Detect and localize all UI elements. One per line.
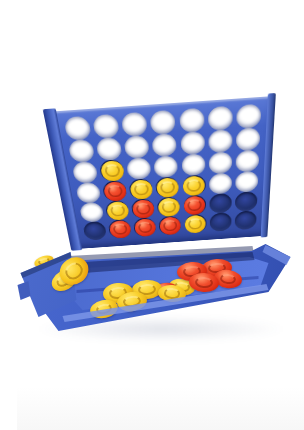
tray-body [17, 0, 304, 430]
tray-floor [17, 0, 304, 430]
tray-left-flap-edge [17, 0, 304, 430]
flat-discs [17, 0, 304, 430]
standing-discs [17, 0, 304, 430]
scene [17, 0, 304, 430]
tray-left-flap [17, 0, 304, 430]
tray-right-rim [17, 0, 304, 430]
tray-front-rim [17, 0, 304, 430]
tray-inner-shadow [17, 0, 304, 430]
tray [17, 0, 304, 430]
tray-left-flap-tab [17, 0, 304, 430]
discs-behind-flap [17, 0, 304, 430]
tray-channel-ridge [17, 0, 304, 430]
